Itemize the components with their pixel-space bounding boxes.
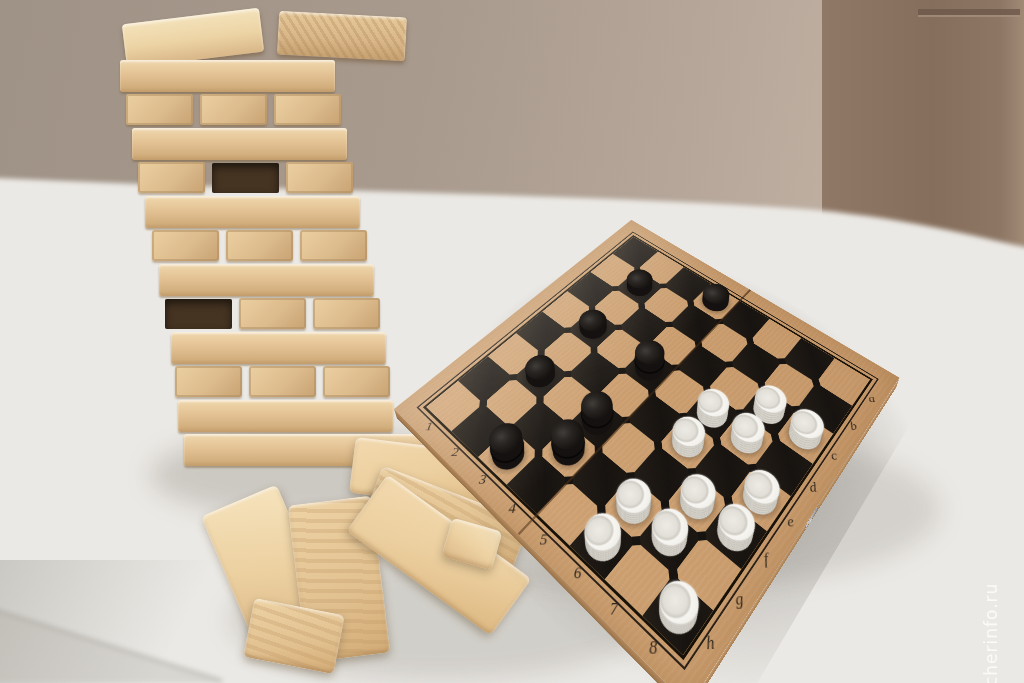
- jenga-layer-plank: [120, 60, 335, 92]
- jenga-block-end: [126, 94, 193, 125]
- jenga-layer-plank: [145, 196, 360, 228]
- jenga-block-end: [152, 230, 219, 261]
- jenga-block-end: [239, 298, 306, 329]
- jenga-gap: [165, 299, 232, 329]
- jenga-gap: [212, 163, 279, 193]
- jenga-block-end: [313, 298, 380, 329]
- jenga-layer-ends: [138, 162, 353, 194]
- jenga-block-end: [138, 162, 205, 193]
- jenga-layer-plank: [178, 400, 393, 432]
- watermark: cherinfo.ru: [981, 550, 1001, 683]
- jenga-layer-ends: [152, 230, 367, 262]
- jenga-block-end: [300, 230, 367, 261]
- jenga-block-end: [274, 94, 341, 125]
- jenga-block-end: [200, 94, 267, 125]
- jenga-layer-ends: [126, 94, 341, 126]
- jenga-block-end: [226, 230, 293, 261]
- jenga-block-end: [249, 366, 316, 397]
- jenga-layer-ends: [175, 366, 390, 398]
- jenga-top-block: [277, 11, 407, 62]
- photo-scene: 12345678hgfedcba cherinfo.ru: [0, 0, 1024, 683]
- jenga-layer-plank: [159, 264, 374, 296]
- jenga-layer-plank: [171, 332, 386, 364]
- jenga-layer-plank: [132, 128, 347, 160]
- jenga-block-end: [286, 162, 353, 193]
- jenga-layer-ends: [165, 298, 380, 330]
- jenga-block-end: [323, 366, 390, 397]
- jenga-block-end: [175, 366, 242, 397]
